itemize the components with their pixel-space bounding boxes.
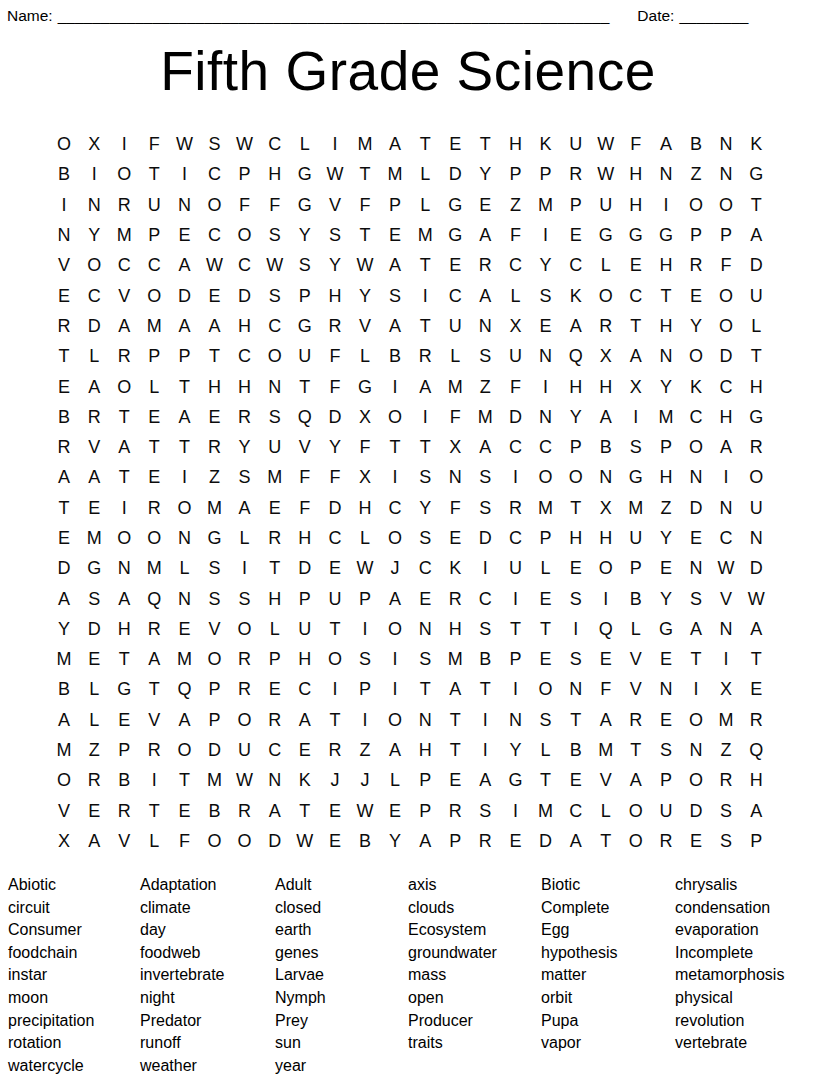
grid-cell-r2c13: L (410, 159, 440, 189)
word-item: Complete (541, 897, 618, 920)
grid-cell-r21c2: Z (79, 735, 109, 765)
grid-cell-r1c12: A (380, 129, 410, 159)
grid-cell-r11c18: P (561, 432, 591, 462)
grid-cell-r16c9: P (290, 583, 320, 613)
grid-cell-r13c5: O (169, 493, 199, 523)
grid-cell-r1c14: E (440, 129, 470, 159)
grid-cell-r8c11: L (350, 341, 380, 371)
grid-cell-r13c11: H (350, 493, 380, 523)
grid-cell-r15c6: S (199, 553, 229, 583)
word-item: runoff (140, 1032, 225, 1055)
grid-cell-r10c10: D (320, 402, 350, 432)
grid-cell-r20c23: M (711, 705, 741, 735)
grid-cell-r23c18: C (561, 796, 591, 826)
grid-cell-r17c1: Y (49, 614, 79, 644)
grid-cell-r24c24: P (741, 826, 771, 856)
grid-cell-r9c11: G (350, 371, 380, 401)
word-list-column: axiscloudsEcosystemgroundwatermassopenPr… (408, 874, 497, 1055)
grid-cell-r7c16: X (500, 311, 530, 341)
grid-cell-r8c15: S (470, 341, 500, 371)
grid-cell-r19c5: Q (169, 674, 199, 704)
grid-cell-r16c13: E (410, 583, 440, 613)
grid-cell-r21c16: Y (500, 735, 530, 765)
grid-cell-r15c7: I (230, 553, 260, 583)
grid-cell-r15c15: I (470, 553, 500, 583)
grid-cell-r20c4: V (139, 705, 169, 735)
grid-cell-r14c10: C (320, 523, 350, 553)
grid-cell-r5c8: W (260, 250, 290, 280)
grid-cell-r9c8: N (260, 371, 290, 401)
grid-cell-r15c3: N (109, 553, 139, 583)
grid-cell-r20c22: O (681, 705, 711, 735)
grid-cell-r10c3: T (109, 402, 139, 432)
grid-cell-r17c19: Q (591, 614, 621, 644)
word-item: watercycle (8, 1055, 94, 1078)
grid-cell-r17c18: I (561, 614, 591, 644)
grid-cell-r16c11: P (350, 583, 380, 613)
grid-cell-r18c14: M (440, 644, 470, 674)
grid-cell-r12c17: O (531, 462, 561, 492)
grid-cell-r14c14: E (440, 523, 470, 553)
grid-cell-r8c16: U (500, 341, 530, 371)
grid-cell-r8c12: B (380, 341, 410, 371)
grid-cell-r16c4: Q (139, 583, 169, 613)
grid-cell-r21c20: T (621, 735, 651, 765)
grid-cell-r15c1: D (49, 553, 79, 583)
grid-cell-r24c5: F (169, 826, 199, 856)
grid-cell-r7c6: A (199, 311, 229, 341)
grid-cell-r9c10: F (320, 371, 350, 401)
grid-cell-r2c7: P (230, 159, 260, 189)
grid-cell-r12c8: M (260, 462, 290, 492)
grid-cell-r21c15: I (470, 735, 500, 765)
grid-cell-r10c16: D (500, 402, 530, 432)
grid-cell-r6c12: S (380, 280, 410, 310)
grid-cell-r12c1: A (49, 462, 79, 492)
grid-cell-r7c13: T (410, 311, 440, 341)
word-item: Prey (275, 1010, 326, 1033)
grid-cell-r13c23: N (711, 493, 741, 523)
grid-cell-r12c11: X (350, 462, 380, 492)
grid-cell-r4c10: S (320, 220, 350, 250)
grid-cell-r21c21: S (651, 735, 681, 765)
grid-cell-r1c17: K (531, 129, 561, 159)
grid-cell-r8c18: Q (561, 341, 591, 371)
grid-cell-r18c20: V (621, 644, 651, 674)
grid-cell-r19c13: T (410, 674, 440, 704)
grid-cell-r16c6: S (199, 583, 229, 613)
grid-cell-r17c3: H (109, 614, 139, 644)
grid-cell-r22c11: J (350, 765, 380, 795)
grid-cell-r13c18: T (561, 493, 591, 523)
grid-cell-r20c8: R (260, 705, 290, 735)
grid-cell-r9c13: A (410, 371, 440, 401)
grid-cell-r7c19: R (591, 311, 621, 341)
grid-cell-r1c20: F (621, 129, 651, 159)
grid-cell-r22c10: J (320, 765, 350, 795)
grid-cell-r13c4: R (139, 493, 169, 523)
grid-cell-r12c13: S (410, 462, 440, 492)
grid-cell-r13c6: M (199, 493, 229, 523)
grid-cell-r12c14: N (440, 462, 470, 492)
grid-cell-r18c16: P (500, 644, 530, 674)
grid-cell-r7c15: N (470, 311, 500, 341)
grid-cell-r22c16: G (500, 765, 530, 795)
word-item: metamorphosis (675, 964, 784, 987)
grid-cell-r11c21: P (651, 432, 681, 462)
grid-cell-r23c12: E (380, 796, 410, 826)
grid-cell-r11c12: T (380, 432, 410, 462)
word-list-column: Adaptationclimatedayfoodwebinvertebraten… (140, 874, 225, 1077)
word-item: invertebrate (140, 964, 225, 987)
grid-cell-r8c7: C (230, 341, 260, 371)
grid-cell-r11c3: A (109, 432, 139, 462)
grid-cell-r15c11: W (350, 553, 380, 583)
grid-cell-r5c14: E (440, 250, 470, 280)
grid-cell-r14c5: N (169, 523, 199, 553)
grid-cell-r9c1: E (49, 371, 79, 401)
grid-cell-r7c1: R (49, 311, 79, 341)
grid-cell-r12c19: N (591, 462, 621, 492)
grid-cell-r21c12: A (380, 735, 410, 765)
grid-cell-r5c3: C (109, 250, 139, 280)
grid-cell-r13c22: D (681, 493, 711, 523)
grid-cell-r9c14: M (440, 371, 470, 401)
grid-cell-r16c23: V (711, 583, 741, 613)
grid-cell-r2c19: W (591, 159, 621, 189)
word-item: axis (408, 874, 497, 897)
grid-cell-r4c12: E (380, 220, 410, 250)
grid-cell-r11c9: V (290, 432, 320, 462)
grid-cell-r2c2: I (79, 159, 109, 189)
grid-cell-r12c3: T (109, 462, 139, 492)
grid-cell-r3c22: O (681, 190, 711, 220)
grid-cell-r7c3: A (109, 311, 139, 341)
grid-cell-r22c6: M (199, 765, 229, 795)
grid-cell-r7c17: E (531, 311, 561, 341)
grid-cell-r19c4: T (139, 674, 169, 704)
word-list: AbioticcircuitConsumerfoodchaininstarmoo… (0, 874, 816, 1083)
grid-cell-r23c24: A (741, 796, 771, 826)
grid-cell-r18c2: E (79, 644, 109, 674)
grid-cell-r6c19: O (591, 280, 621, 310)
grid-cell-r18c22: T (681, 644, 711, 674)
grid-cell-r19c24: E (741, 674, 771, 704)
grid-cell-r19c14: A (440, 674, 470, 704)
grid-cell-r14c4: O (139, 523, 169, 553)
grid-cell-r24c20: O (621, 826, 651, 856)
grid-cell-r22c23: R (711, 765, 741, 795)
grid-cell-r8c19: X (591, 341, 621, 371)
grid-cell-r9c5: T (169, 371, 199, 401)
grid-cell-r17c9: U (290, 614, 320, 644)
grid-cell-r11c24: R (741, 432, 771, 462)
grid-cell-r22c20: A (621, 765, 651, 795)
grid-cell-r24c22: E (681, 826, 711, 856)
grid-cell-r16c12: A (380, 583, 410, 613)
grid-cell-r22c8: N (260, 765, 290, 795)
grid-cell-r11c20: S (621, 432, 651, 462)
grid-cell-r6c23: O (711, 280, 741, 310)
word-item: moon (8, 987, 94, 1010)
grid-cell-r20c24: R (741, 705, 771, 735)
grid-cell-r11c13: T (410, 432, 440, 462)
grid-cell-r14c22: E (681, 523, 711, 553)
grid-cell-r1c5: W (169, 129, 199, 159)
grid-cell-r20c15: I (470, 705, 500, 735)
grid-cell-r15c4: M (139, 553, 169, 583)
grid-cell-r12c10: F (320, 462, 350, 492)
grid-cell-r20c20: R (621, 705, 651, 735)
grid-cell-r10c13: I (410, 402, 440, 432)
word-item: Incomplete (675, 942, 784, 965)
grid-cell-r23c21: U (651, 796, 681, 826)
grid-cell-r11c10: Y (320, 432, 350, 462)
grid-cell-r6c16: L (500, 280, 530, 310)
word-item: closed (275, 897, 326, 920)
grid-cell-r20c11: I (350, 705, 380, 735)
grid-cell-r21c3: P (109, 735, 139, 765)
grid-cell-r4c9: Y (290, 220, 320, 250)
grid-cell-r5c20: E (621, 250, 651, 280)
grid-cell-r16c24: W (741, 583, 771, 613)
grid-cell-r1c6: S (199, 129, 229, 159)
grid-cell-r22c5: T (169, 765, 199, 795)
grid-cell-r16c3: A (109, 583, 139, 613)
grid-cell-r2c22: Z (681, 159, 711, 189)
grid-cell-r19c21: N (651, 674, 681, 704)
grid-cell-r23c3: R (109, 796, 139, 826)
grid-cell-r3c3: R (109, 190, 139, 220)
grid-cell-r8c8: O (260, 341, 290, 371)
grid-cell-r24c13: A (410, 826, 440, 856)
grid-cell-r3c10: V (320, 190, 350, 220)
grid-cell-r10c7: R (230, 402, 260, 432)
grid-cell-r23c6: B (199, 796, 229, 826)
grid-cell-r15c14: K (440, 553, 470, 583)
grid-cell-r23c4: T (139, 796, 169, 826)
grid-cell-r13c3: I (109, 493, 139, 523)
word-item: foodchain (8, 942, 94, 965)
grid-cell-r15c19: O (591, 553, 621, 583)
grid-cell-r6c11: Y (350, 280, 380, 310)
grid-cell-r17c2: D (79, 614, 109, 644)
grid-cell-r7c18: A (561, 311, 591, 341)
grid-cell-r22c22: O (681, 765, 711, 795)
grid-cell-r1c3: I (109, 129, 139, 159)
grid-cell-r16c7: S (230, 583, 260, 613)
grid-cell-r23c8: A (260, 796, 290, 826)
grid-cell-r18c23: I (711, 644, 741, 674)
grid-cell-r24c17: D (531, 826, 561, 856)
grid-cell-r5c22: R (681, 250, 711, 280)
grid-cell-r15c24: D (741, 553, 771, 583)
grid-cell-r19c16: I (500, 674, 530, 704)
grid-cell-r13c2: E (79, 493, 109, 523)
grid-cell-r23c20: O (621, 796, 651, 826)
grid-cell-r20c19: A (591, 705, 621, 735)
grid-cell-r16c22: S (681, 583, 711, 613)
header: Name: __________________________________… (7, 7, 769, 25)
grid-cell-r12c23: I (711, 462, 741, 492)
grid-cell-r22c13: P (410, 765, 440, 795)
grid-cell-r4c3: M (109, 220, 139, 250)
grid-cell-r8c3: R (109, 341, 139, 371)
grid-cell-r23c17: M (531, 796, 561, 826)
grid-cell-r23c15: S (470, 796, 500, 826)
grid-cell-r22c4: I (139, 765, 169, 795)
word-item: Ecosystem (408, 919, 497, 942)
grid-cell-r22c7: W (230, 765, 260, 795)
grid-cell-r3c13: L (410, 190, 440, 220)
grid-cell-r12c2: A (79, 462, 109, 492)
grid-cell-r14c21: Y (651, 523, 681, 553)
grid-cell-r10c23: H (711, 402, 741, 432)
word-item: precipitation (8, 1010, 94, 1033)
grid-cell-r20c18: T (561, 705, 591, 735)
word-list-column: BioticCompleteEgghypothesismatterorbitPu… (541, 874, 618, 1055)
grid-cell-r22c24: H (741, 765, 771, 795)
grid-cell-r17c16: T (500, 614, 530, 644)
grid-cell-r22c9: K (290, 765, 320, 795)
grid-cell-r1c21: A (651, 129, 681, 159)
grid-cell-r22c12: L (380, 765, 410, 795)
grid-cell-r22c21: P (651, 765, 681, 795)
grid-cell-r7c14: U (440, 311, 470, 341)
grid-cell-r20c14: T (440, 705, 470, 735)
grid-cell-r4c16: F (500, 220, 530, 250)
word-item: Predator (140, 1010, 225, 1033)
word-item: Abiotic (8, 874, 94, 897)
grid-cell-r10c6: E (199, 402, 229, 432)
grid-cell-r10c8: S (260, 402, 290, 432)
grid-cell-r8c2: L (79, 341, 109, 371)
grid-cell-r18c5: M (169, 644, 199, 674)
grid-cell-r22c1: O (49, 765, 79, 795)
grid-cell-r24c8: D (260, 826, 290, 856)
grid-cell-r6c5: D (169, 280, 199, 310)
grid-cell-r3c7: F (230, 190, 260, 220)
grid-cell-r24c6: O (199, 826, 229, 856)
grid-cell-r17c10: T (320, 614, 350, 644)
grid-cell-r3c16: Z (500, 190, 530, 220)
grid-cell-r11c19: B (591, 432, 621, 462)
grid-cell-r5c17: Y (531, 250, 561, 280)
grid-cell-r23c11: W (350, 796, 380, 826)
grid-cell-r21c9: E (290, 735, 320, 765)
grid-cell-r15c22: N (681, 553, 711, 583)
grid-cell-r11c17: C (531, 432, 561, 462)
grid-cell-r14c3: O (109, 523, 139, 553)
grid-cell-r8c17: N (531, 341, 561, 371)
grid-cell-r16c2: S (79, 583, 109, 613)
grid-cell-r1c9: L (290, 129, 320, 159)
word-item: Egg (541, 919, 618, 942)
grid-cell-r24c14: P (440, 826, 470, 856)
grid-cell-r16c14: R (440, 583, 470, 613)
grid-cell-r19c2: L (79, 674, 109, 704)
grid-cell-r3c20: H (621, 190, 651, 220)
grid-cell-r16c20: B (621, 583, 651, 613)
grid-cell-r24c9: W (290, 826, 320, 856)
grid-cell-r13c20: M (621, 493, 651, 523)
grid-cell-r13c7: A (230, 493, 260, 523)
grid-cell-r20c7: O (230, 705, 260, 735)
grid-cell-r21c17: L (531, 735, 561, 765)
grid-cell-r21c10: R (320, 735, 350, 765)
grid-cell-r5c19: L (591, 250, 621, 280)
grid-cell-r7c9: G (290, 311, 320, 341)
grid-cell-r9c21: Y (651, 371, 681, 401)
grid-cell-r11c1: R (49, 432, 79, 462)
grid-cell-r15c5: L (169, 553, 199, 583)
grid-cell-r9c24: H (741, 371, 771, 401)
grid-cell-r5c4: C (139, 250, 169, 280)
grid-cell-r17c17: T (531, 614, 561, 644)
grid-cell-r9c12: I (380, 371, 410, 401)
grid-cell-r8c23: D (711, 341, 741, 371)
grid-cell-r24c12: Y (380, 826, 410, 856)
grid-cell-r2c20: H (621, 159, 651, 189)
grid-cell-r11c11: F (350, 432, 380, 462)
grid-cell-r10c4: E (139, 402, 169, 432)
grid-cell-r4c22: P (681, 220, 711, 250)
grid-cell-r14c23: C (711, 523, 741, 553)
grid-cell-r1c13: T (410, 129, 440, 159)
grid-cell-r4c8: S (260, 220, 290, 250)
grid-cell-r2c17: P (531, 159, 561, 189)
grid-cell-r7c2: D (79, 311, 109, 341)
grid-cell-r8c14: L (440, 341, 470, 371)
grid-cell-r2c10: W (320, 159, 350, 189)
grid-cell-r7c5: A (169, 311, 199, 341)
word-item: night (140, 987, 225, 1010)
grid-cell-r22c2: R (79, 765, 109, 795)
grid-cell-r4c21: G (651, 220, 681, 250)
word-search-grid: OXIFWSWCLIMATETHKUWFABNKBIOTICPHGWTMLDYP… (49, 129, 771, 856)
grid-cell-r7c23: O (711, 311, 741, 341)
grid-cell-r7c8: C (260, 311, 290, 341)
grid-cell-r21c14: T (440, 735, 470, 765)
grid-cell-r5c15: R (470, 250, 500, 280)
grid-cell-r18c17: E (531, 644, 561, 674)
grid-cell-r9c17: I (531, 371, 561, 401)
grid-cell-r13c13: Y (410, 493, 440, 523)
grid-cell-r21c7: U (230, 735, 260, 765)
grid-cell-r4c15: A (470, 220, 500, 250)
grid-cell-r17c14: H (440, 614, 470, 644)
word-item: Biotic (541, 874, 618, 897)
grid-cell-r9c20: X (621, 371, 651, 401)
grid-cell-r5c6: W (199, 250, 229, 280)
grid-cell-r4c14: G (440, 220, 470, 250)
grid-cell-r11c2: V (79, 432, 109, 462)
grid-cell-r19c19: F (591, 674, 621, 704)
grid-cell-r9c18: H (561, 371, 591, 401)
grid-cell-r6c13: I (410, 280, 440, 310)
grid-cell-r5c13: T (410, 250, 440, 280)
grid-cell-r21c22: N (681, 735, 711, 765)
grid-cell-r8c22: O (681, 341, 711, 371)
grid-cell-r19c3: G (109, 674, 139, 704)
grid-cell-r23c1: V (49, 796, 79, 826)
word-item: Adult (275, 874, 326, 897)
grid-cell-r12c9: F (290, 462, 320, 492)
grid-cell-r18c15: B (470, 644, 500, 674)
grid-cell-r24c23: S (711, 826, 741, 856)
grid-cell-r3c19: U (591, 190, 621, 220)
word-item: hypothesis (541, 942, 618, 965)
